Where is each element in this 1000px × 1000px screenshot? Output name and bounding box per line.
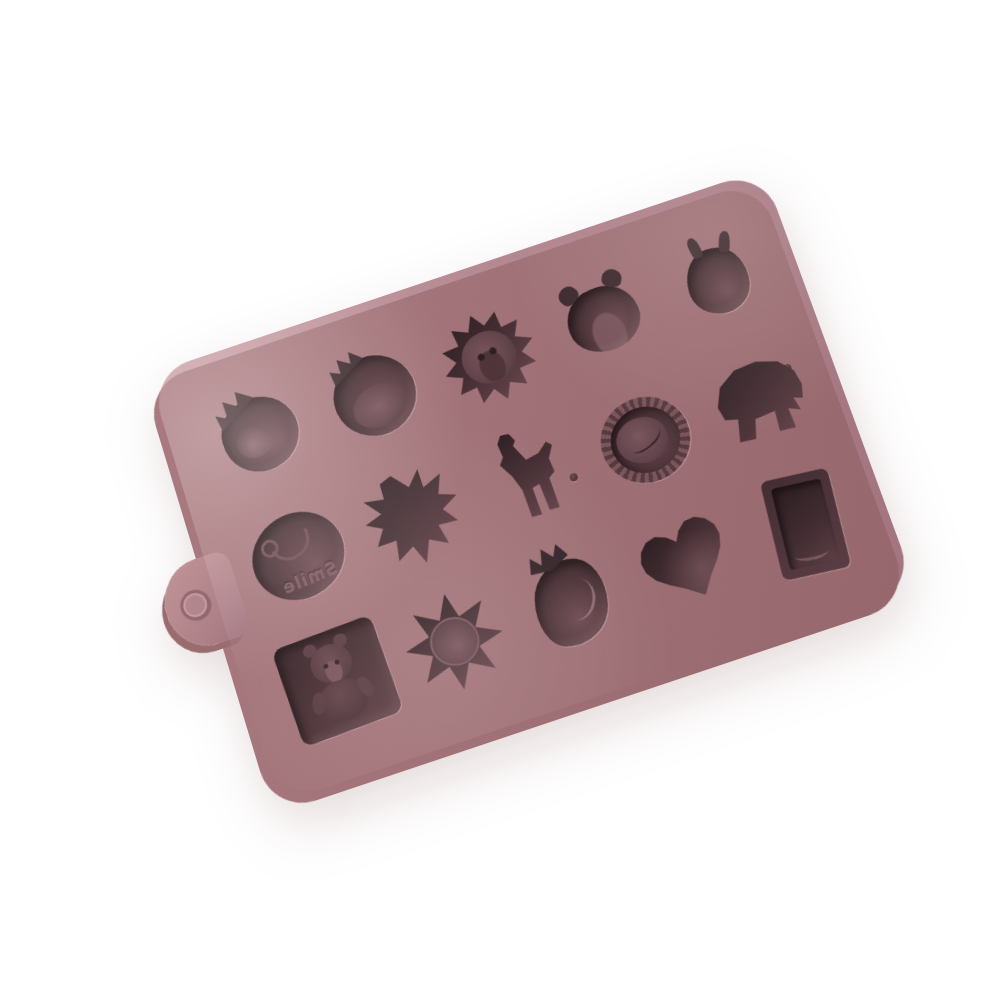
photo-stage: Smile (0, 0, 1000, 1000)
cavity-crowned-face-icon (320, 341, 429, 449)
cavity-lion-sun-icon (427, 296, 552, 418)
cavity-heart-icon (630, 507, 748, 621)
cavity-calf-head-icon (557, 276, 650, 363)
cavity-maple-leaf-icon (349, 452, 480, 583)
cavity-elephant-icon (701, 346, 821, 457)
cavity-rectangle-bar-icon (760, 468, 851, 582)
cavity-strawberry-icon (533, 557, 610, 647)
cavity-giraffe-icon (475, 419, 586, 539)
cavity-smile-medallion-icon: Smile (237, 496, 359, 617)
cavity-giraffe-head-icon (680, 242, 756, 320)
cavity-grid: Smile (185, 202, 887, 763)
embossed-smile-text: Smile (279, 557, 340, 598)
tab-ring-hole (177, 586, 214, 624)
cavity-cupcake-icon (586, 382, 706, 498)
cavity-scalloped-cup-icon (209, 383, 311, 485)
cavity-teddy-bear-square-icon (271, 615, 403, 748)
cavity-sun-icon (396, 583, 513, 700)
silicone-mold-tray: Smile (148, 169, 916, 803)
